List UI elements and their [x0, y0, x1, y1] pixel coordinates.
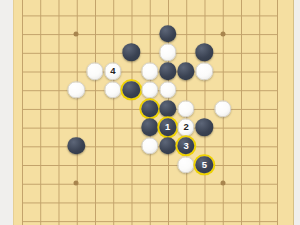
move-number-label: 1 [165, 122, 170, 133]
move-number-label: 5 [202, 159, 207, 170]
page-background: 41235 [0, 0, 300, 225]
star-point [74, 181, 79, 186]
move-number-label: 2 [183, 122, 188, 133]
move-number-label: 3 [183, 140, 188, 151]
move-number-label: 4 [110, 66, 115, 77]
star-point [220, 31, 225, 36]
star-point [220, 181, 225, 186]
star-point [74, 31, 79, 36]
gomoku-board[interactable]: 41235 [13, 0, 294, 225]
